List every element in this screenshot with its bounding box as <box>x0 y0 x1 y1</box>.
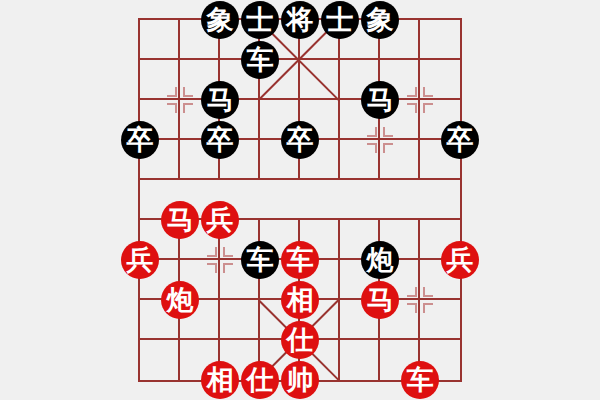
marker-corner <box>207 263 217 273</box>
board-cell <box>420 180 460 220</box>
piece-black-elephant[interactable]: 象 <box>361 1 399 39</box>
piece-red-advisor[interactable]: 仕 <box>281 321 319 359</box>
piece-red-elephant[interactable]: 相 <box>281 281 319 319</box>
board-cell <box>140 20 180 60</box>
marker-corner <box>407 87 417 97</box>
point-marker <box>407 87 433 113</box>
marker-corner <box>383 143 393 153</box>
board-cell <box>140 340 180 380</box>
piece-black-general[interactable]: 将 <box>281 1 319 39</box>
piece-red-elephant[interactable]: 相 <box>201 361 239 399</box>
piece-black-chariot[interactable]: 车 <box>241 241 279 279</box>
board-cell <box>380 180 420 220</box>
marker-corner <box>167 103 177 113</box>
marker-corner <box>407 303 417 313</box>
marker-corner <box>223 247 233 257</box>
marker-corner <box>407 287 417 297</box>
piece-black-cannon[interactable]: 炮 <box>361 241 399 279</box>
marker-corner <box>167 87 177 97</box>
piece-black-chariot[interactable]: 车 <box>241 41 279 79</box>
piece-red-chariot[interactable]: 车 <box>401 361 439 399</box>
marker-corner <box>183 87 193 97</box>
marker-corner <box>423 287 433 297</box>
piece-red-cannon[interactable]: 炮 <box>161 281 199 319</box>
point-marker <box>367 127 393 153</box>
piece-black-soldier[interactable]: 卒 <box>281 121 319 159</box>
board-cell <box>220 300 260 340</box>
piece-red-horse[interactable]: 马 <box>361 281 399 319</box>
board-cell <box>420 20 460 60</box>
piece-black-soldier[interactable]: 卒 <box>121 121 159 159</box>
marker-corner <box>367 127 377 137</box>
piece-black-advisor[interactable]: 士 <box>241 1 279 39</box>
piece-red-advisor[interactable]: 仕 <box>241 361 279 399</box>
piece-red-soldier[interactable]: 兵 <box>121 241 159 279</box>
marker-corner <box>223 263 233 273</box>
point-marker <box>207 247 233 273</box>
piece-red-general[interactable]: 帅 <box>281 361 319 399</box>
board-cell <box>340 180 380 220</box>
marker-corner <box>183 103 193 113</box>
marker-corner <box>407 103 417 113</box>
piece-red-soldier[interactable]: 兵 <box>441 241 479 279</box>
marker-corner <box>423 103 433 113</box>
piece-red-horse[interactable]: 马 <box>161 201 199 239</box>
board-cell <box>260 180 300 220</box>
piece-red-chariot[interactable]: 车 <box>281 241 319 279</box>
piece-black-elephant[interactable]: 象 <box>201 1 239 39</box>
point-marker <box>167 87 193 113</box>
marker-corner <box>383 127 393 137</box>
piece-black-horse[interactable]: 马 <box>361 81 399 119</box>
piece-red-soldier[interactable]: 兵 <box>201 201 239 239</box>
xiangqi-board-screenshot: 象士将士象车马马卒卒卒卒车炮马兵兵车兵炮相马仕相仕帅车 <box>0 0 600 400</box>
board-cell <box>340 340 380 380</box>
marker-corner <box>207 247 217 257</box>
piece-black-horse[interactable]: 马 <box>201 81 239 119</box>
piece-black-soldier[interactable]: 卒 <box>201 121 239 159</box>
board-cell <box>300 180 340 220</box>
point-marker <box>407 287 433 313</box>
piece-black-advisor[interactable]: 士 <box>321 1 359 39</box>
marker-corner <box>367 143 377 153</box>
piece-black-soldier[interactable]: 卒 <box>441 121 479 159</box>
marker-corner <box>423 87 433 97</box>
marker-corner <box>423 303 433 313</box>
